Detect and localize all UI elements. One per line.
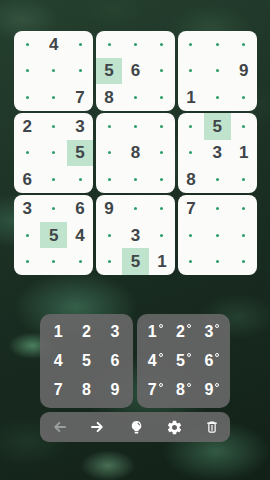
note-ring-icon <box>215 324 219 328</box>
empty-dot-icon <box>189 234 192 237</box>
empty-dot-icon <box>52 207 55 210</box>
empty-dot-icon <box>52 96 55 99</box>
cell-r6c8[interactable] <box>204 166 230 193</box>
cell-digit: 7 <box>186 200 195 217</box>
redo-button[interactable] <box>89 418 107 436</box>
cell-r6c1[interactable]: 6 <box>14 166 40 193</box>
cell-digit: 8 <box>186 171 195 188</box>
empty-dot-icon <box>108 260 111 263</box>
cell-r7c6[interactable] <box>149 195 175 222</box>
empty-dot-icon <box>216 260 219 263</box>
cell-digit: 5 <box>213 118 222 135</box>
empty-dot-icon <box>216 96 219 99</box>
empty-dot-icon <box>26 69 29 72</box>
notes-key-digit: 8 <box>176 381 185 399</box>
empty-dot-icon <box>134 96 137 99</box>
cell-r8c8[interactable] <box>204 222 230 249</box>
cell-r6c7[interactable]: 8 <box>178 166 204 193</box>
cell-r1c2[interactable]: 4 <box>40 31 66 58</box>
cell-r7c8[interactable] <box>204 195 230 222</box>
notes-key-digit: 3 <box>204 323 213 341</box>
note-ring-icon <box>215 383 219 387</box>
cell-r7c9[interactable] <box>231 195 257 222</box>
cell-r9c3[interactable] <box>67 248 93 275</box>
empty-dot-icon <box>134 125 137 128</box>
note-ring-icon <box>159 324 163 328</box>
hint-button[interactable] <box>128 419 145 436</box>
cell-r4c2[interactable] <box>40 113 66 140</box>
box-8: 9351 <box>96 195 175 275</box>
cell-digit: 5 <box>131 253 140 270</box>
numpad-notes: 123456789 <box>137 314 230 408</box>
notes-key-5[interactable]: 5 <box>169 346 197 375</box>
notes-key-digit: 7 <box>148 381 157 399</box>
cell-digit: 3 <box>213 144 222 161</box>
cell-digit: 6 <box>75 200 84 217</box>
cell-r9c4[interactable] <box>96 248 122 275</box>
cell-r2c1[interactable] <box>14 58 40 85</box>
empty-dot-icon <box>52 178 55 181</box>
empty-dot-icon <box>242 125 245 128</box>
empty-dot-icon <box>26 43 29 46</box>
cell-r6c6[interactable] <box>149 166 175 193</box>
cell-r6c4[interactable] <box>96 166 122 193</box>
cell-r7c3[interactable]: 6 <box>67 195 93 222</box>
cell-r9c6[interactable]: 1 <box>149 248 175 275</box>
cell-r1c9[interactable] <box>231 31 257 58</box>
cell-r5c9[interactable]: 1 <box>231 140 257 167</box>
cell-r5c8[interactable]: 3 <box>204 140 230 167</box>
cell-r2c6[interactable] <box>149 58 175 85</box>
cell-r7c7[interactable]: 7 <box>178 195 204 222</box>
empty-dot-icon <box>189 69 192 72</box>
empty-dot-icon <box>108 125 111 128</box>
notes-key-2[interactable]: 2 <box>169 317 197 346</box>
cell-r3c4[interactable]: 8 <box>96 84 122 111</box>
cell-digit: 8 <box>104 89 113 106</box>
notes-key-4[interactable]: 4 <box>141 346 169 375</box>
cell-r8c6[interactable] <box>149 222 175 249</box>
empty-dot-icon <box>26 151 29 154</box>
cell-r8c3[interactable]: 4 <box>67 222 93 249</box>
empty-dot-icon <box>160 43 163 46</box>
empty-dot-icon <box>108 43 111 46</box>
cell-digit: 4 <box>49 36 58 53</box>
cell-r6c9[interactable] <box>231 166 257 193</box>
numpad-key-9[interactable]: 9 <box>101 376 129 405</box>
empty-dot-icon <box>108 151 111 154</box>
cell-digit: 6 <box>131 62 140 79</box>
cell-r7c2[interactable] <box>40 195 66 222</box>
cell-r4c3[interactable]: 3 <box>67 113 93 140</box>
empty-dot-icon <box>26 96 29 99</box>
numpad-key-5[interactable]: 5 <box>72 346 100 375</box>
notes-key-digit: 4 <box>148 352 157 370</box>
cell-r2c5[interactable]: 6 <box>122 58 148 85</box>
empty-dot-icon <box>160 178 163 181</box>
empty-dot-icon <box>79 260 82 263</box>
sudoku-board: 4756891235685318365493517 <box>14 31 257 275</box>
cell-r2c9[interactable]: 9 <box>231 58 257 85</box>
box-1: 47 <box>14 31 93 111</box>
cell-digit: 3 <box>22 200 31 217</box>
cell-r6c3[interactable] <box>67 166 93 193</box>
cell-r8c1[interactable] <box>14 222 40 249</box>
cell-r1c5[interactable] <box>122 31 148 58</box>
notes-key-digit: 9 <box>204 381 213 399</box>
cell-digit: 8 <box>131 144 140 161</box>
empty-dot-icon <box>134 43 137 46</box>
numpad-key-8[interactable]: 8 <box>72 376 100 405</box>
notes-key-7[interactable]: 7 <box>141 376 169 405</box>
empty-dot-icon <box>79 178 82 181</box>
empty-dot-icon <box>26 234 29 237</box>
empty-dot-icon <box>160 69 163 72</box>
cell-r8c2[interactable]: 5 <box>40 222 66 249</box>
notes-key-digit: 1 <box>148 323 157 341</box>
empty-dot-icon <box>160 207 163 210</box>
cell-r5c7[interactable] <box>178 140 204 167</box>
cell-digit: 4 <box>75 227 84 244</box>
cell-digit: 5 <box>49 227 58 244</box>
note-ring-icon <box>187 353 191 357</box>
notes-key-3[interactable]: 3 <box>198 317 226 346</box>
empty-dot-icon <box>108 178 111 181</box>
box-4: 2356 <box>14 113 93 193</box>
box-5: 8 <box>96 113 175 193</box>
cell-r3c9[interactable] <box>231 84 257 111</box>
empty-dot-icon <box>189 125 192 128</box>
empty-dot-icon <box>160 125 163 128</box>
notes-key-digit: 5 <box>176 352 185 370</box>
numpad-key-6[interactable]: 6 <box>101 346 129 375</box>
cell-r5c2[interactable] <box>40 140 66 167</box>
notes-key-9[interactable]: 9 <box>198 376 226 405</box>
cell-r9c7[interactable] <box>178 248 204 275</box>
cell-r9c9[interactable] <box>231 248 257 275</box>
cell-r7c4[interactable]: 9 <box>96 195 122 222</box>
number-pads: 123456789 123456789 <box>40 314 230 408</box>
delete-button[interactable] <box>204 419 220 435</box>
cell-r8c7[interactable] <box>178 222 204 249</box>
cell-digit: 3 <box>131 227 140 244</box>
cell-r4c8[interactable]: 5 <box>204 113 230 140</box>
cell-digit: 5 <box>104 62 113 79</box>
cell-r4c1[interactable]: 2 <box>14 113 40 140</box>
empty-dot-icon <box>52 125 55 128</box>
note-ring-icon <box>187 324 191 328</box>
numpad-key-3[interactable]: 3 <box>101 317 129 346</box>
empty-dot-icon <box>242 207 245 210</box>
cell-digit: 1 <box>239 144 248 161</box>
gear-icon <box>166 419 183 436</box>
empty-dot-icon <box>216 234 219 237</box>
cell-r6c5[interactable] <box>122 166 148 193</box>
cell-r2c8[interactable] <box>204 58 230 85</box>
cell-r4c6[interactable] <box>149 113 175 140</box>
numpad-key-1[interactable]: 1 <box>44 317 72 346</box>
empty-dot-icon <box>79 69 82 72</box>
lightbulb-icon <box>128 419 145 436</box>
cell-r1c7[interactable] <box>178 31 204 58</box>
notes-key-6[interactable]: 6 <box>198 346 226 375</box>
empty-dot-icon <box>242 96 245 99</box>
numpad-normal: 123456789 <box>40 314 133 408</box>
empty-dot-icon <box>79 43 82 46</box>
empty-dot-icon <box>242 43 245 46</box>
toolbar <box>40 412 230 442</box>
box-6: 5318 <box>178 113 257 193</box>
cell-digit: 2 <box>22 118 31 135</box>
cell-r6c2[interactable] <box>40 166 66 193</box>
box-2: 568 <box>96 31 175 111</box>
cell-r8c4[interactable] <box>96 222 122 249</box>
cell-r3c3[interactable]: 7 <box>67 84 93 111</box>
cell-r3c7[interactable]: 1 <box>178 84 204 111</box>
empty-dot-icon <box>134 178 137 181</box>
cell-digit: 6 <box>22 171 31 188</box>
cell-digit: 9 <box>239 62 248 79</box>
cell-r3c8[interactable] <box>204 84 230 111</box>
cell-r7c1[interactable]: 3 <box>14 195 40 222</box>
empty-dot-icon <box>242 178 245 181</box>
cell-digit: 9 <box>104 200 113 217</box>
cell-digit: 1 <box>157 253 166 270</box>
cell-digit: 7 <box>75 89 84 106</box>
empty-dot-icon <box>189 151 192 154</box>
box-3: 91 <box>178 31 257 111</box>
empty-dot-icon <box>189 260 192 263</box>
notes-key-8[interactable]: 8 <box>169 376 197 405</box>
sudoku-app-screen: 4756891235685318365493517 123456789 1234… <box>0 0 270 480</box>
empty-dot-icon <box>52 69 55 72</box>
cell-r2c2[interactable] <box>40 58 66 85</box>
empty-dot-icon <box>26 260 29 263</box>
cell-r8c5[interactable]: 3 <box>122 222 148 249</box>
cell-r3c2[interactable] <box>40 84 66 111</box>
empty-dot-icon <box>134 207 137 210</box>
cell-r4c9[interactable] <box>231 113 257 140</box>
empty-dot-icon <box>160 96 163 99</box>
notes-key-1[interactable]: 1 <box>141 317 169 346</box>
note-ring-icon <box>159 353 163 357</box>
cell-r9c5[interactable]: 5 <box>122 248 148 275</box>
empty-dot-icon <box>216 207 219 210</box>
note-ring-icon <box>159 383 163 387</box>
empty-dot-icon <box>52 151 55 154</box>
cell-r5c4[interactable] <box>96 140 122 167</box>
cell-r4c5[interactable] <box>122 113 148 140</box>
cell-r1c4[interactable] <box>96 31 122 58</box>
cell-r1c8[interactable] <box>204 31 230 58</box>
cell-r1c3[interactable] <box>67 31 93 58</box>
undo-button[interactable] <box>50 418 68 436</box>
cell-r1c1[interactable] <box>14 31 40 58</box>
empty-dot-icon <box>216 69 219 72</box>
cell-r8c9[interactable] <box>231 222 257 249</box>
cell-r2c3[interactable] <box>67 58 93 85</box>
cell-r5c3[interactable]: 5 <box>67 140 93 167</box>
cell-r7c5[interactable] <box>122 195 148 222</box>
cell-digit: 3 <box>75 118 84 135</box>
box-9: 7 <box>178 195 257 275</box>
empty-dot-icon <box>242 260 245 263</box>
empty-dot-icon <box>160 234 163 237</box>
cell-digit: 1 <box>186 89 195 106</box>
cell-r2c4[interactable]: 5 <box>96 58 122 85</box>
empty-dot-icon <box>189 43 192 46</box>
cell-r9c1[interactable] <box>14 248 40 275</box>
notes-key-digit: 6 <box>204 352 213 370</box>
cell-digit: 5 <box>75 144 84 161</box>
cell-r4c4[interactable] <box>96 113 122 140</box>
cell-r3c6[interactable] <box>149 84 175 111</box>
settings-button[interactable] <box>166 419 183 436</box>
cell-r9c2[interactable] <box>40 248 66 275</box>
empty-dot-icon <box>160 151 163 154</box>
cell-r1c6[interactable] <box>149 31 175 58</box>
cell-r4c7[interactable] <box>178 113 204 140</box>
cell-r5c1[interactable] <box>14 140 40 167</box>
cell-r5c5[interactable]: 8 <box>122 140 148 167</box>
cell-r9c8[interactable] <box>204 248 230 275</box>
numpad-key-4[interactable]: 4 <box>44 346 72 375</box>
numpad-key-2[interactable]: 2 <box>72 317 100 346</box>
cell-r3c5[interactable] <box>122 84 148 111</box>
notes-key-digit: 2 <box>176 323 185 341</box>
arrow-left-icon <box>50 418 68 436</box>
trash-icon <box>204 419 220 435</box>
empty-dot-icon <box>242 234 245 237</box>
arrow-right-icon <box>89 418 107 436</box>
note-ring-icon <box>187 383 191 387</box>
empty-dot-icon <box>216 178 219 181</box>
note-ring-icon <box>215 353 219 357</box>
box-7: 3654 <box>14 195 93 275</box>
numpad-key-7[interactable]: 7 <box>44 376 72 405</box>
empty-dot-icon <box>52 260 55 263</box>
cell-r5c6[interactable] <box>149 140 175 167</box>
empty-dot-icon <box>108 234 111 237</box>
empty-dot-icon <box>216 43 219 46</box>
cell-r2c7[interactable] <box>178 58 204 85</box>
cell-r3c1[interactable] <box>14 84 40 111</box>
